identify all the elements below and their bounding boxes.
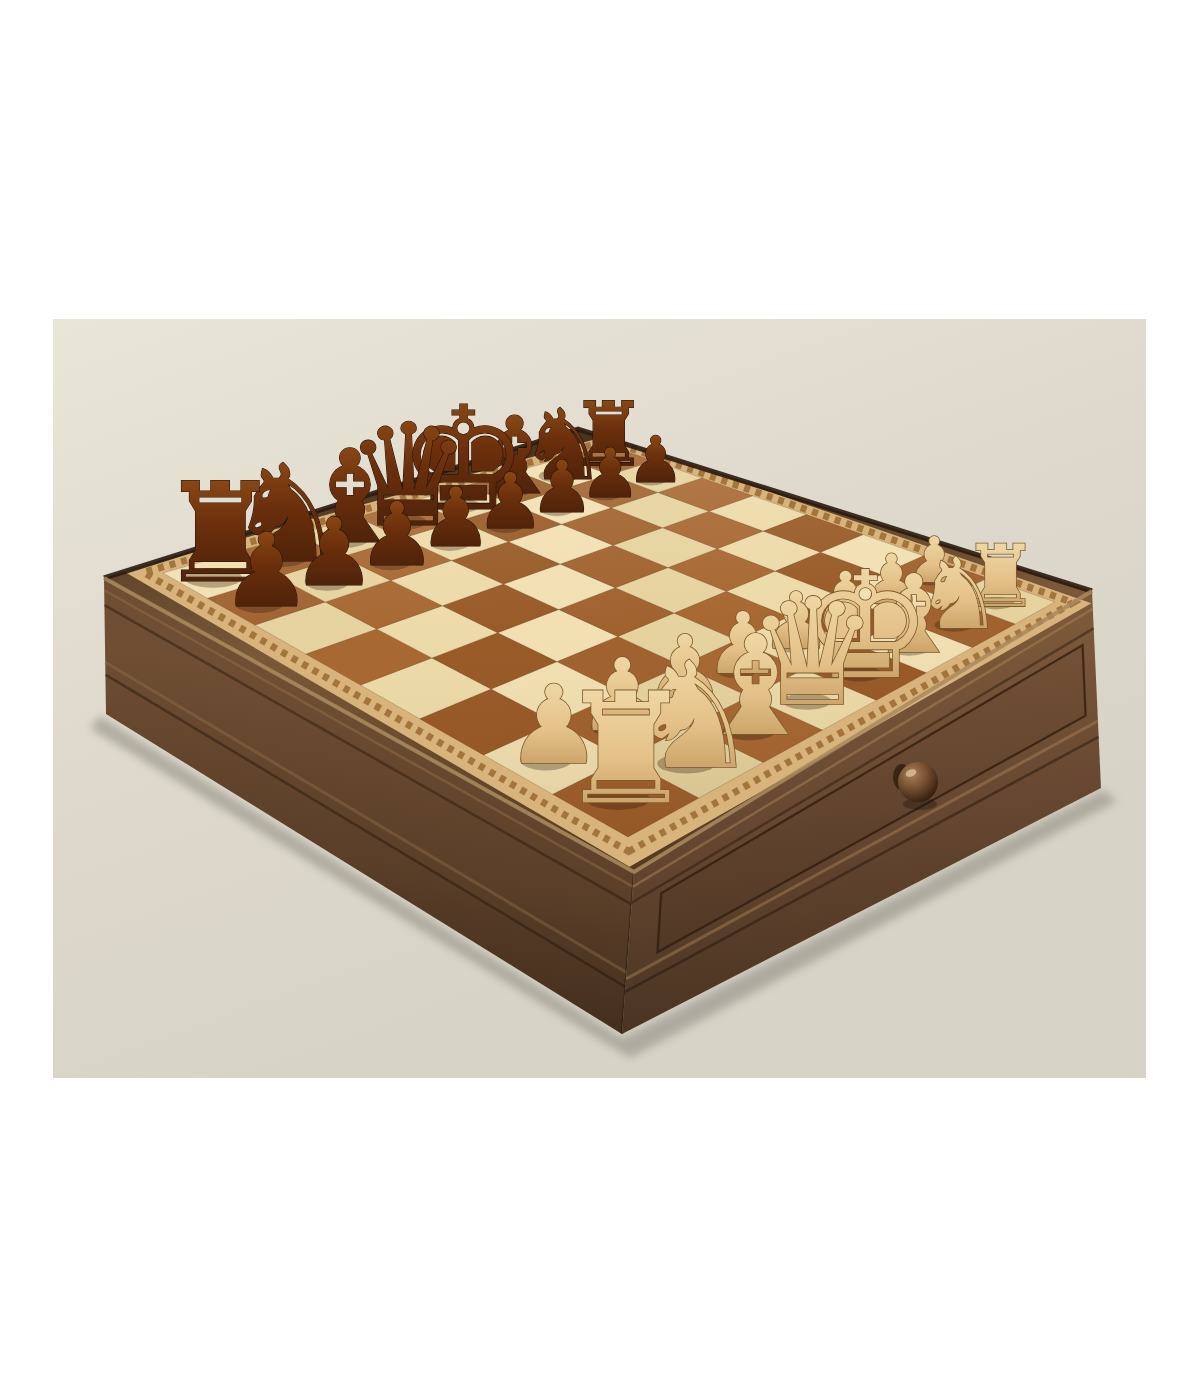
page-background: ♜♞♟♝♟♚♟♛♟♝♟♞♟♜♟♟♟♟♜♟♞♟♝♟♚♟♛♟♝♟♞♜ [0,0,1200,1400]
piece-black-pawn-a7: ♟ [221,511,312,630]
svg-text:♜: ♜ [557,660,694,838]
product-photo: ♜♞♟♝♟♚♟♛♟♝♟♞♟♜♟♟♟♟♜♟♞♟♝♟♚♟♛♟♝♟♞♜ [53,319,1146,1078]
chess-set-scene: ♜♞♟♝♟♚♟♛♟♝♟♞♟♜♟♟♟♟♜♟♞♟♝♟♚♟♛♟♝♟♞♜ [53,319,1146,1078]
svg-text:♟: ♟ [221,511,312,630]
piece-white-rook-a1: ♜ [557,660,694,838]
knob-ball [898,762,938,802]
